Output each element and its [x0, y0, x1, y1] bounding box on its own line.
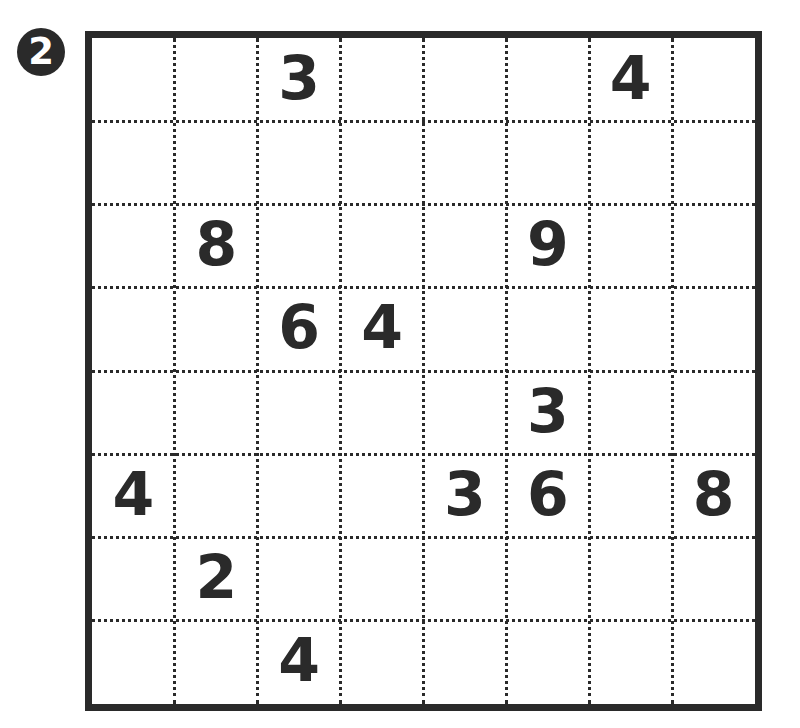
- cell-r6c8[interactable]: 8: [672, 454, 755, 537]
- cell-r6c4[interactable]: [341, 454, 424, 537]
- cell-r7c4[interactable]: [341, 538, 424, 621]
- given-number: 6: [278, 297, 320, 357]
- cell-r5c1[interactable]: [92, 371, 175, 454]
- cell-r7c7[interactable]: [589, 538, 672, 621]
- cell-r1c4[interactable]: [341, 38, 424, 121]
- cell-r2c3[interactable]: [258, 121, 341, 204]
- cell-r7c8[interactable]: [672, 538, 755, 621]
- cell-r4c8[interactable]: [672, 288, 755, 371]
- given-number: 6: [527, 464, 569, 524]
- cell-r4c5[interactable]: [424, 288, 507, 371]
- given-number: 4: [113, 464, 155, 524]
- cell-r7c3[interactable]: [258, 538, 341, 621]
- cell-r6c6[interactable]: 6: [506, 454, 589, 537]
- cell-r5c3[interactable]: [258, 371, 341, 454]
- cell-r5c6[interactable]: 3: [506, 371, 589, 454]
- cell-r4c1[interactable]: [92, 288, 175, 371]
- given-number: 8: [693, 464, 735, 524]
- cell-r5c8[interactable]: [672, 371, 755, 454]
- cell-r3c5[interactable]: [424, 205, 507, 288]
- cell-r6c5[interactable]: 3: [424, 454, 507, 537]
- board-cells: 3489643436824: [92, 38, 755, 704]
- cell-r5c7[interactable]: [589, 371, 672, 454]
- puzzle-number: 2: [28, 33, 54, 70]
- cell-r3c8[interactable]: [672, 205, 755, 288]
- cell-r7c2[interactable]: 2: [175, 538, 258, 621]
- cell-r2c5[interactable]: [424, 121, 507, 204]
- given-number: 4: [361, 297, 403, 357]
- cell-r8c4[interactable]: [341, 621, 424, 704]
- cell-r8c2[interactable]: [175, 621, 258, 704]
- cell-r7c1[interactable]: [92, 538, 175, 621]
- cell-r4c6[interactable]: [506, 288, 589, 371]
- cell-r1c7[interactable]: 4: [589, 38, 672, 121]
- cell-r8c3[interactable]: 4: [258, 621, 341, 704]
- cell-r4c3[interactable]: 6: [258, 288, 341, 371]
- given-number: 2: [195, 547, 237, 607]
- cell-r1c2[interactable]: [175, 38, 258, 121]
- cell-r2c2[interactable]: [175, 121, 258, 204]
- cell-r1c8[interactable]: [672, 38, 755, 121]
- cell-r4c7[interactable]: [589, 288, 672, 371]
- cell-r3c3[interactable]: [258, 205, 341, 288]
- cell-r2c1[interactable]: [92, 121, 175, 204]
- cell-r1c5[interactable]: [424, 38, 507, 121]
- given-number: 8: [195, 214, 237, 274]
- cell-r2c7[interactable]: [589, 121, 672, 204]
- cell-r6c3[interactable]: [258, 454, 341, 537]
- cell-r2c8[interactable]: [672, 121, 755, 204]
- cell-r6c2[interactable]: [175, 454, 258, 537]
- cell-r6c1[interactable]: 4: [92, 454, 175, 537]
- cell-r5c5[interactable]: [424, 371, 507, 454]
- cell-r5c4[interactable]: [341, 371, 424, 454]
- given-number: 3: [278, 48, 320, 108]
- cell-r1c6[interactable]: [506, 38, 589, 121]
- cell-r3c4[interactable]: [341, 205, 424, 288]
- cell-r2c6[interactable]: [506, 121, 589, 204]
- given-number: 9: [527, 214, 569, 274]
- cell-r6c7[interactable]: [589, 454, 672, 537]
- cell-r3c6[interactable]: 9: [506, 205, 589, 288]
- puzzle-number-badge: 2: [17, 28, 65, 76]
- cell-r4c4[interactable]: 4: [341, 288, 424, 371]
- cell-r8c5[interactable]: [424, 621, 507, 704]
- given-number: 3: [527, 381, 569, 441]
- cell-r5c2[interactable]: [175, 371, 258, 454]
- cell-r8c7[interactable]: [589, 621, 672, 704]
- cell-r7c6[interactable]: [506, 538, 589, 621]
- cell-r8c1[interactable]: [92, 621, 175, 704]
- shikaku-board: 3489643436824: [85, 31, 762, 711]
- cell-r4c2[interactable]: [175, 288, 258, 371]
- given-number: 4: [278, 630, 320, 690]
- cell-r8c6[interactable]: [506, 621, 589, 704]
- cell-r8c8[interactable]: [672, 621, 755, 704]
- cell-r2c4[interactable]: [341, 121, 424, 204]
- given-number: 4: [610, 48, 652, 108]
- cell-r3c7[interactable]: [589, 205, 672, 288]
- cell-r1c1[interactable]: [92, 38, 175, 121]
- given-number: 3: [444, 464, 486, 524]
- cell-r3c1[interactable]: [92, 205, 175, 288]
- cell-r3c2[interactable]: 8: [175, 205, 258, 288]
- cell-r7c5[interactable]: [424, 538, 507, 621]
- cell-r1c3[interactable]: 3: [258, 38, 341, 121]
